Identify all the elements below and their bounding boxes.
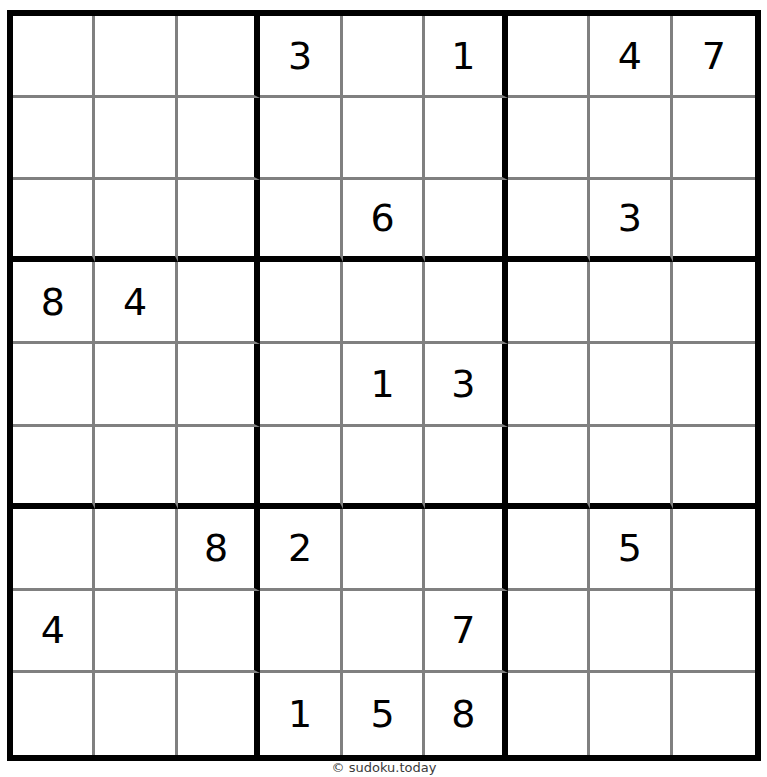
cell-r7c5[interactable]	[343, 509, 425, 591]
cell-r6c4[interactable]	[260, 427, 342, 509]
cell-r1c6[interactable]: 1	[425, 16, 507, 98]
cell-r6c6[interactable]	[425, 427, 507, 509]
cell-r6c1[interactable]	[13, 427, 95, 509]
cell-r4c1[interactable]: 8	[13, 262, 95, 344]
cell-r7c2[interactable]	[95, 509, 177, 591]
cell-r5c1[interactable]	[13, 344, 95, 426]
cell-r8c7[interactable]	[508, 591, 590, 673]
cell-r2c2[interactable]	[95, 98, 177, 180]
cell-r8c6[interactable]: 7	[425, 591, 507, 673]
cell-r8c4[interactable]	[260, 591, 342, 673]
cell-r1c7[interactable]	[508, 16, 590, 98]
cell-r9c9[interactable]	[673, 673, 755, 755]
cell-r1c5[interactable]	[343, 16, 425, 98]
cell-r4c2[interactable]: 4	[95, 262, 177, 344]
cell-r9c3[interactable]	[178, 673, 260, 755]
credit-text: © sudoku.today	[7, 760, 761, 775]
cell-r2c4[interactable]	[260, 98, 342, 180]
cell-r4c5[interactable]	[343, 262, 425, 344]
cell-r9c6[interactable]: 8	[425, 673, 507, 755]
cell-r7c1[interactable]	[13, 509, 95, 591]
cell-r5c8[interactable]	[590, 344, 672, 426]
cell-r3c6[interactable]	[425, 180, 507, 262]
cell-r5c5[interactable]: 1	[343, 344, 425, 426]
cell-r5c9[interactable]	[673, 344, 755, 426]
cell-r3c9[interactable]	[673, 180, 755, 262]
cell-r3c4[interactable]	[260, 180, 342, 262]
cell-r5c3[interactable]	[178, 344, 260, 426]
cell-r3c8[interactable]: 3	[590, 180, 672, 262]
cell-r8c3[interactable]	[178, 591, 260, 673]
sudoku-board: 314763841382547158	[7, 10, 761, 761]
cell-r6c8[interactable]	[590, 427, 672, 509]
cell-r2c8[interactable]	[590, 98, 672, 180]
cell-r7c9[interactable]	[673, 509, 755, 591]
cell-r9c7[interactable]	[508, 673, 590, 755]
cell-r9c5[interactable]: 5	[343, 673, 425, 755]
cell-r4c4[interactable]	[260, 262, 342, 344]
cell-r5c4[interactable]	[260, 344, 342, 426]
cell-r7c6[interactable]	[425, 509, 507, 591]
cell-r3c5[interactable]: 6	[343, 180, 425, 262]
cell-r7c8[interactable]: 5	[590, 509, 672, 591]
cell-r2c1[interactable]	[13, 98, 95, 180]
cell-r3c7[interactable]	[508, 180, 590, 262]
cell-r8c8[interactable]	[590, 591, 672, 673]
cell-r8c1[interactable]: 4	[13, 591, 95, 673]
cell-r4c9[interactable]	[673, 262, 755, 344]
cell-r1c1[interactable]	[13, 16, 95, 98]
cell-r6c9[interactable]	[673, 427, 755, 509]
cell-r1c4[interactable]: 3	[260, 16, 342, 98]
cell-r6c5[interactable]	[343, 427, 425, 509]
cell-r5c7[interactable]	[508, 344, 590, 426]
cell-r4c3[interactable]	[178, 262, 260, 344]
cell-r2c6[interactable]	[425, 98, 507, 180]
cell-r6c2[interactable]	[95, 427, 177, 509]
cell-r1c2[interactable]	[95, 16, 177, 98]
cell-r9c2[interactable]	[95, 673, 177, 755]
cell-r7c7[interactable]	[508, 509, 590, 591]
cell-r7c4[interactable]: 2	[260, 509, 342, 591]
sudoku-page: 314763841382547158 © sudoku.today	[0, 0, 767, 777]
cell-r8c5[interactable]	[343, 591, 425, 673]
cell-r8c9[interactable]	[673, 591, 755, 673]
cell-r9c4[interactable]: 1	[260, 673, 342, 755]
cell-r6c3[interactable]	[178, 427, 260, 509]
cell-r8c2[interactable]	[95, 591, 177, 673]
cell-r5c6[interactable]: 3	[425, 344, 507, 426]
cell-r1c8[interactable]: 4	[590, 16, 672, 98]
cell-r1c3[interactable]	[178, 16, 260, 98]
cell-r3c3[interactable]	[178, 180, 260, 262]
cell-r2c7[interactable]	[508, 98, 590, 180]
cell-r1c9[interactable]: 7	[673, 16, 755, 98]
cell-r2c5[interactable]	[343, 98, 425, 180]
cell-r9c1[interactable]	[13, 673, 95, 755]
cell-r5c2[interactable]	[95, 344, 177, 426]
cell-r4c6[interactable]	[425, 262, 507, 344]
cell-r4c7[interactable]	[508, 262, 590, 344]
cell-r3c2[interactable]	[95, 180, 177, 262]
cell-r3c1[interactable]	[13, 180, 95, 262]
cell-r4c8[interactable]	[590, 262, 672, 344]
cell-r2c9[interactable]	[673, 98, 755, 180]
cell-r6c7[interactable]	[508, 427, 590, 509]
cell-r2c3[interactable]	[178, 98, 260, 180]
cell-r9c8[interactable]	[590, 673, 672, 755]
cell-r7c3[interactable]: 8	[178, 509, 260, 591]
